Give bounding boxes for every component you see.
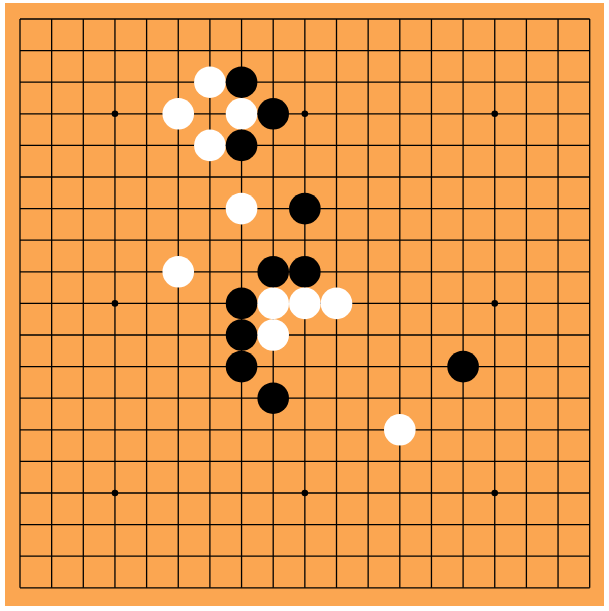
- stone-black: [226, 130, 258, 162]
- go-board[interactable]: [0, 0, 609, 611]
- stone-white: [384, 414, 416, 446]
- stone-black: [257, 256, 289, 288]
- star-point: [302, 111, 309, 118]
- stone-black: [447, 351, 479, 383]
- star-point: [302, 490, 309, 497]
- stone-white: [289, 288, 321, 320]
- stone-black: [289, 256, 321, 288]
- stone-black: [257, 382, 289, 414]
- stone-white: [194, 130, 226, 162]
- stone-black: [289, 193, 321, 225]
- stone-white: [194, 66, 226, 98]
- stone-white: [162, 98, 194, 130]
- star-point: [491, 111, 498, 118]
- star-point: [112, 490, 119, 497]
- stone-black: [257, 98, 289, 130]
- stone-black: [226, 66, 258, 98]
- stone-white: [321, 288, 353, 320]
- stone-white: [257, 319, 289, 351]
- star-point: [112, 300, 119, 307]
- stone-black: [226, 351, 258, 383]
- star-point: [491, 300, 498, 307]
- stone-white: [226, 98, 258, 130]
- stone-black: [226, 319, 258, 351]
- stone-white: [257, 288, 289, 320]
- stone-white: [226, 193, 258, 225]
- star-point: [491, 490, 498, 497]
- star-point: [112, 111, 119, 118]
- go-diagram: [0, 0, 609, 611]
- stone-white: [162, 256, 194, 288]
- stone-black: [226, 288, 258, 320]
